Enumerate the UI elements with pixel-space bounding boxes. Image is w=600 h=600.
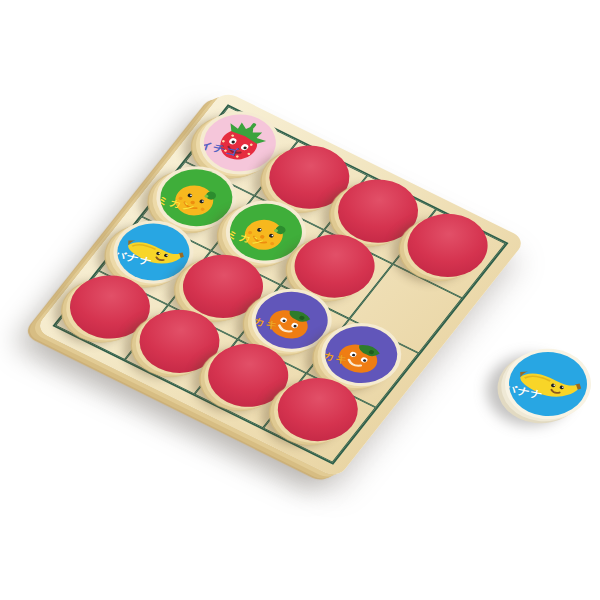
disc-banana-off-board-1[interactable]: バナナ [489, 336, 600, 432]
board-grid: イチゴ ミカン ミカン バナナ カキ カキ [52, 104, 508, 464]
scene: イチゴ ミカン ミカン バナナ カキ カキ [0, 0, 600, 600]
game-board: イチゴ ミカン ミカン バナナ カキ カキ [35, 90, 527, 479]
banana-sticker: バナナ [495, 340, 600, 427]
